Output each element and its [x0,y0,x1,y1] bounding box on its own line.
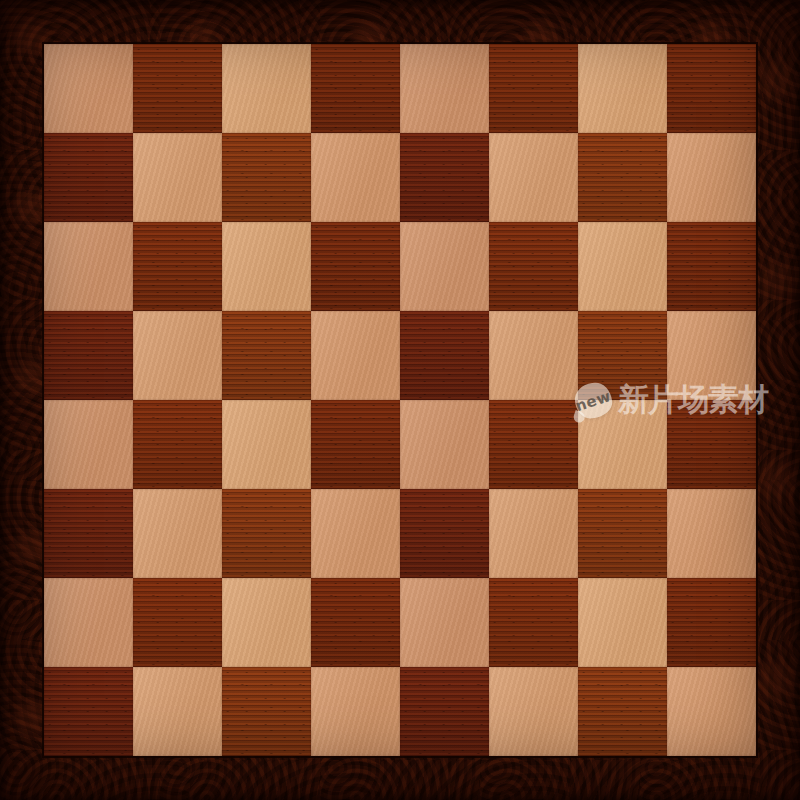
square-h8 [667,44,756,133]
square-b1 [133,667,222,756]
square-b4 [133,400,222,489]
square-b3 [133,489,222,578]
square-g8 [578,44,667,133]
square-d4 [311,400,400,489]
square-a1 [44,667,133,756]
square-g7 [578,133,667,222]
watermark-text: 新片场素材 [618,379,768,421]
square-b6 [133,222,222,311]
square-d1 [311,667,400,756]
square-c4 [222,400,311,489]
square-c1 [222,667,311,756]
square-g6 [578,222,667,311]
stock-photo-chessboard: new 新片场素材 [0,0,800,800]
square-d3 [311,489,400,578]
square-b8 [133,44,222,133]
square-d2 [311,578,400,667]
square-c3 [222,489,311,578]
square-c6 [222,222,311,311]
square-e3 [400,489,489,578]
square-a6 [44,222,133,311]
square-e6 [400,222,489,311]
square-c8 [222,44,311,133]
square-c5 [222,311,311,400]
square-g2 [578,578,667,667]
square-d5 [311,311,400,400]
square-h6 [667,222,756,311]
square-e7 [400,133,489,222]
square-b7 [133,133,222,222]
square-f8 [489,44,578,133]
square-g3 [578,489,667,578]
square-a5 [44,311,133,400]
new-badge-label: new [573,386,613,414]
square-e1 [400,667,489,756]
square-d6 [311,222,400,311]
square-f2 [489,578,578,667]
square-d7 [311,133,400,222]
square-a4 [44,400,133,489]
square-c2 [222,578,311,667]
square-f7 [489,133,578,222]
square-h2 [667,578,756,667]
square-a2 [44,578,133,667]
square-f6 [489,222,578,311]
square-f3 [489,489,578,578]
square-e4 [400,400,489,489]
square-f1 [489,667,578,756]
square-e2 [400,578,489,667]
square-b2 [133,578,222,667]
new-badge: new [573,381,613,420]
square-a8 [44,44,133,133]
square-b5 [133,311,222,400]
square-g1 [578,667,667,756]
square-a3 [44,489,133,578]
square-h7 [667,133,756,222]
square-c7 [222,133,311,222]
square-h1 [667,667,756,756]
square-e5 [400,311,489,400]
square-a7 [44,133,133,222]
square-f5 [489,311,578,400]
square-h3 [667,489,756,578]
watermark: new 新片场素材 [575,381,768,419]
square-e8 [400,44,489,133]
square-d8 [311,44,400,133]
square-f4 [489,400,578,489]
